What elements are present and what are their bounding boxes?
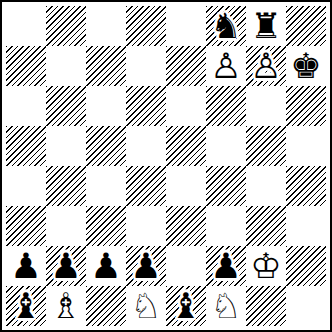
black-bishop-a1-piece: ♝: [10, 289, 41, 324]
square-f4: [206, 166, 246, 206]
black-king-h7-piece: ♚: [290, 49, 321, 84]
square-a3: [6, 206, 46, 246]
square-b2: ♟: [46, 246, 86, 286]
square-d1: ♘: [126, 286, 166, 326]
square-h5: [286, 126, 326, 166]
square-b3: [46, 206, 86, 246]
black-pawn-d2-piece: ♟: [130, 249, 161, 284]
square-c5: [86, 126, 126, 166]
square-a2: ♟: [6, 246, 46, 286]
black-pawn-c2-piece: ♟: [90, 249, 121, 284]
square-h8: [286, 6, 326, 46]
square-h6: [286, 86, 326, 126]
square-a5: [6, 126, 46, 166]
square-a4: [6, 166, 46, 206]
square-a6: [6, 86, 46, 126]
square-c6: [86, 86, 126, 126]
square-c4: [86, 166, 126, 206]
black-pawn-b2-piece: ♟: [50, 249, 81, 284]
square-f6: [206, 86, 246, 126]
white-bishop-b1-piece: ♗: [50, 289, 81, 324]
square-e4: [166, 166, 206, 206]
white-pawn-g7-piece: ♙: [250, 49, 281, 84]
square-f7: ♙: [206, 46, 246, 86]
white-knight-d1-piece: ♘: [130, 289, 161, 324]
square-e2: [166, 246, 206, 286]
square-d4: [126, 166, 166, 206]
black-rook-g8-piece: ♜: [250, 9, 281, 44]
square-b7: [46, 46, 86, 86]
black-pawn-f2-piece: ♟: [210, 249, 241, 284]
square-h7: ♚: [286, 46, 326, 86]
square-h4: [286, 166, 326, 206]
square-f1: ♘: [206, 286, 246, 326]
square-b8: [46, 6, 86, 46]
square-e1: ♝: [166, 286, 206, 326]
square-f3: [206, 206, 246, 246]
square-d3: [126, 206, 166, 246]
white-pawn-f7-piece: ♙: [210, 49, 241, 84]
square-h2: [286, 246, 326, 286]
black-pawn-a2-piece: ♟: [10, 249, 41, 284]
square-b6: [46, 86, 86, 126]
square-c2: ♟: [86, 246, 126, 286]
square-a7: [6, 46, 46, 86]
square-d2: ♟: [126, 246, 166, 286]
square-h1: [286, 286, 326, 326]
square-e7: [166, 46, 206, 86]
black-bishop-e1-piece: ♝: [170, 289, 201, 324]
square-e5: [166, 126, 206, 166]
square-e6: [166, 86, 206, 126]
black-knight-f8-piece: ♞: [210, 9, 241, 44]
square-g8: ♜: [246, 6, 286, 46]
white-knight-f1-piece: ♘: [210, 289, 241, 324]
square-g5: [246, 126, 286, 166]
square-c7: [86, 46, 126, 86]
square-g1: [246, 286, 286, 326]
square-c8: [86, 6, 126, 46]
square-g7: ♙: [246, 46, 286, 86]
square-f8: ♞: [206, 6, 246, 46]
square-c1: [86, 286, 126, 326]
square-e3: [166, 206, 206, 246]
square-d7: [126, 46, 166, 86]
square-b1: ♗: [46, 286, 86, 326]
square-e8: [166, 6, 206, 46]
square-g4: [246, 166, 286, 206]
square-g2: ♔: [246, 246, 286, 286]
square-b4: [46, 166, 86, 206]
square-g6: [246, 86, 286, 126]
square-g3: [246, 206, 286, 246]
square-c3: [86, 206, 126, 246]
square-b5: [46, 126, 86, 166]
chess-board: ♞♜♙♙♚♟♟♟♟♟♔♝♗♘♝♘: [6, 6, 326, 326]
square-a1: ♝: [6, 286, 46, 326]
square-d8: [126, 6, 166, 46]
square-a8: [6, 6, 46, 46]
square-d6: [126, 86, 166, 126]
chess-diagram: ♞♜♙♙♚♟♟♟♟♟♔♝♗♘♝♘: [0, 0, 332, 332]
square-f5: [206, 126, 246, 166]
white-king-g2-piece: ♔: [250, 249, 281, 284]
square-d5: [126, 126, 166, 166]
square-h3: [286, 206, 326, 246]
square-f2: ♟: [206, 246, 246, 286]
